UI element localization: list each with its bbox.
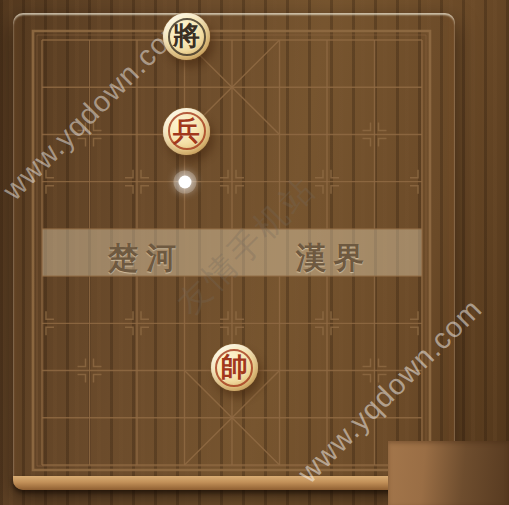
move-highlight-dot[interactable] xyxy=(178,175,191,188)
piece-ring xyxy=(168,18,206,56)
red-soldier-piece[interactable]: 兵 xyxy=(163,108,210,155)
censored-blur-patch xyxy=(388,441,509,505)
board-grid: 將兵帥 xyxy=(18,16,446,488)
black-general-piece[interactable]: 將 xyxy=(163,13,210,60)
piece-ring xyxy=(168,112,206,150)
red-general-piece[interactable]: 帥 xyxy=(211,344,258,391)
piece-ring xyxy=(215,349,253,387)
